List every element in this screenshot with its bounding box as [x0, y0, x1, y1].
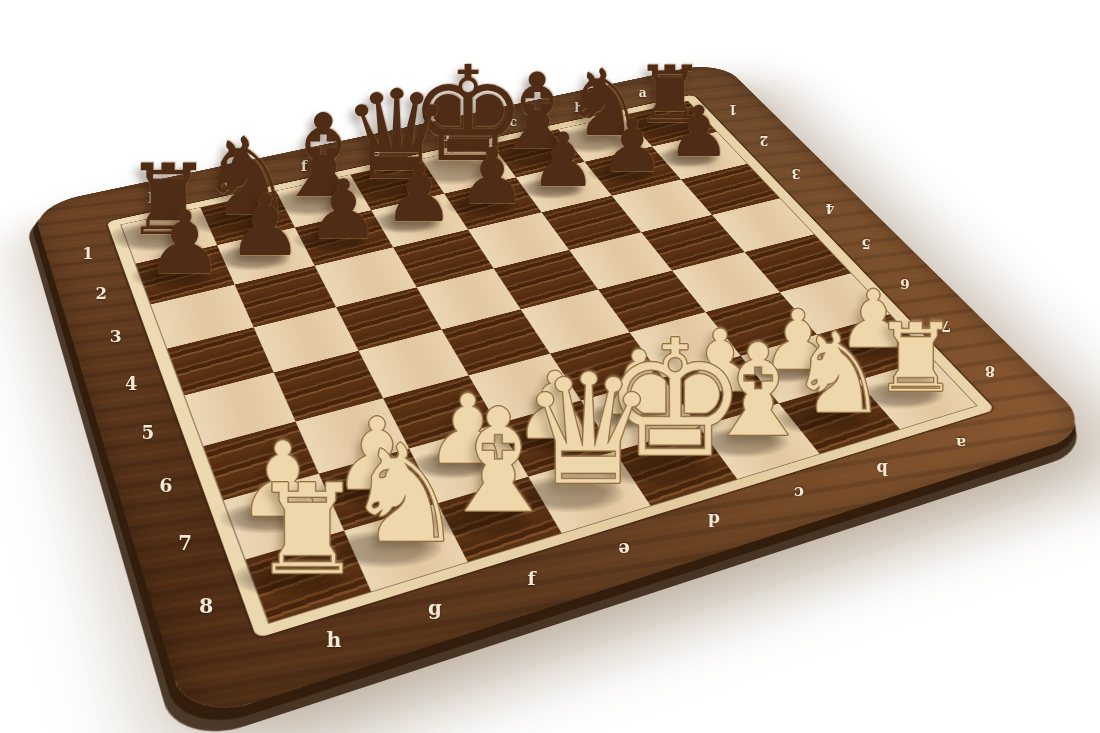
chess-board — [32, 61, 1096, 724]
product-photo-scene: 11hh22gg33ff44ee55dd66cc77bb88aa♜♞♝♛♚♝♞♜… — [0, 0, 1100, 733]
